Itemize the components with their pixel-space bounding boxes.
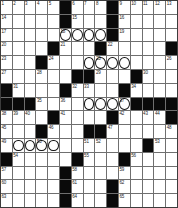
grid-cell[interactable]: 3 (25, 1, 36, 14)
grid-cell[interactable]: 1 (1, 1, 12, 14)
grid-cell[interactable] (95, 167, 106, 180)
grid-cell[interactable] (95, 153, 106, 166)
theme-circle-mark (13, 140, 24, 152)
black-cell (107, 111, 118, 124)
grid-cell[interactable]: 27 (1, 70, 12, 83)
grid-cell[interactable] (166, 180, 177, 193)
grid-cell[interactable]: 9 (119, 1, 130, 14)
black-cell (154, 98, 165, 111)
black-cell (107, 194, 118, 207)
clue-number: 20 (2, 42, 7, 47)
grid-cell[interactable] (13, 194, 24, 207)
grid-cell[interactable] (60, 70, 71, 83)
grid-cell[interactable] (107, 56, 118, 69)
grid-cell[interactable] (84, 42, 95, 55)
clue-number: 1 (2, 1, 4, 6)
grid-cell[interactable] (36, 29, 47, 42)
grid-cell[interactable]: 60 (1, 180, 12, 193)
clue-number: 7 (84, 1, 86, 6)
grid-cell[interactable] (72, 111, 83, 124)
grid-cell[interactable] (154, 15, 165, 28)
grid-cell[interactable] (119, 56, 130, 69)
theme-circle-mark (107, 98, 118, 110)
grid-cell[interactable]: 8 (95, 1, 106, 14)
grid-cell[interactable]: 14 (1, 15, 12, 28)
grid-cell[interactable]: 15 (72, 15, 83, 28)
black-cell (166, 98, 177, 111)
grid-cell[interactable]: 64 (72, 194, 83, 207)
grid-cell[interactable] (131, 29, 142, 42)
black-cell (25, 98, 36, 111)
clue-number: 11 (143, 1, 147, 6)
grid-cell[interactable]: 34 (131, 84, 142, 97)
clue-number: 49 (2, 139, 7, 144)
grid-cell[interactable]: 65 (119, 194, 130, 207)
black-cell (95, 125, 106, 138)
clue-number: 38 (2, 111, 7, 116)
clue-number: 53 (155, 139, 160, 144)
grid-cell[interactable]: 58 (72, 167, 83, 180)
grid-cell[interactable] (166, 194, 177, 207)
clue-number: 2 (13, 1, 15, 6)
grid-cell[interactable] (72, 98, 83, 111)
grid-cell[interactable]: 32 (72, 84, 83, 97)
grid-cell[interactable]: 21 (60, 42, 71, 55)
grid-cell[interactable] (131, 167, 142, 180)
grid-cell[interactable] (131, 125, 142, 138)
black-cell (72, 153, 83, 166)
black-cell (60, 167, 71, 180)
grid-cell[interactable] (143, 180, 154, 193)
grid-cell[interactable] (25, 84, 36, 97)
grid-cell[interactable]: 23 (1, 56, 12, 69)
grid-cell[interactable] (143, 29, 154, 42)
clue-number: 41 (61, 111, 66, 116)
theme-circle-mark (95, 98, 106, 110)
grid-cell[interactable] (154, 56, 165, 69)
grid-cell[interactable] (72, 56, 83, 69)
grid-cell[interactable] (143, 84, 154, 97)
grid-cell[interactable] (143, 194, 154, 207)
grid-cell[interactable] (119, 42, 130, 55)
grid-cell[interactable]: 28 (36, 70, 47, 83)
grid-cell[interactable] (107, 98, 118, 111)
grid-cell[interactable] (25, 194, 36, 207)
grid-cell[interactable] (84, 98, 95, 111)
grid-cell[interactable] (48, 180, 59, 193)
clue-number: 16 (120, 15, 125, 20)
grid-cell[interactable]: 44 (154, 111, 165, 124)
clue-number: 19 (120, 29, 125, 34)
black-cell (72, 70, 83, 83)
grid-cell[interactable] (48, 15, 59, 28)
clue-number: 60 (2, 180, 7, 185)
grid-cell[interactable] (95, 180, 106, 193)
grid-cell[interactable] (13, 29, 24, 42)
grid-cell[interactable] (72, 29, 83, 42)
clue-number: 27 (2, 70, 7, 75)
grid-cell[interactable] (95, 84, 106, 97)
grid-cell[interactable] (143, 42, 154, 55)
black-cell (60, 180, 71, 193)
black-cell (13, 98, 24, 111)
grid-cell[interactable] (107, 153, 118, 166)
theme-circle-mark (60, 29, 71, 41)
grid-cell[interactable]: 2 (13, 1, 24, 14)
grid-cell[interactable]: 22 (107, 42, 118, 55)
grid-cell[interactable]: 51 (84, 139, 95, 152)
grid-cell[interactable] (95, 98, 106, 111)
clue-number: 57 (2, 167, 7, 172)
clue-number: 35 (37, 98, 42, 103)
grid-cell[interactable]: 10 (131, 1, 142, 14)
black-cell (60, 1, 71, 14)
grid-cell[interactable] (95, 29, 106, 42)
theme-circle-mark (25, 140, 36, 152)
grid-cell[interactable] (154, 70, 165, 83)
grid-cell[interactable] (60, 153, 71, 166)
grid-cell[interactable]: 46 (48, 125, 59, 138)
grid-cell[interactable]: 54 (13, 153, 24, 166)
clue-number: 54 (13, 153, 18, 158)
clue-number: 9 (120, 1, 122, 6)
black-cell (95, 42, 106, 55)
grid-cell[interactable] (107, 167, 118, 180)
grid-cell[interactable] (25, 139, 36, 152)
black-cell (107, 180, 118, 193)
grid-cell[interactable] (143, 56, 154, 69)
grid-cell[interactable] (84, 194, 95, 207)
grid-cell[interactable] (143, 167, 154, 180)
clue-number: 31 (13, 84, 18, 89)
grid-cell[interactable] (36, 15, 47, 28)
grid-cell[interactable] (143, 153, 154, 166)
grid-cell[interactable] (13, 180, 24, 193)
clue-number: 50 (37, 139, 42, 144)
grid-cell[interactable] (60, 139, 71, 152)
grid-cell[interactable] (131, 194, 142, 207)
crossword-screenshot: 1234567891011121314151617181920212223242… (0, 0, 178, 208)
grid-cell[interactable] (48, 167, 59, 180)
grid-cell[interactable]: 49 (1, 139, 12, 152)
grid-cell[interactable] (84, 29, 95, 42)
grid-cell[interactable]: 61 (72, 180, 83, 193)
grid-cell[interactable]: 36 (60, 98, 71, 111)
grid-cell[interactable]: 45 (1, 125, 12, 138)
grid-cell[interactable]: 40 (25, 111, 36, 124)
clue-number: 39 (13, 111, 18, 116)
theme-circle-mark (72, 29, 83, 41)
black-cell (36, 125, 47, 138)
grid-cell[interactable]: 12 (154, 1, 165, 14)
theme-circle-mark (95, 29, 106, 41)
grid-cell[interactable] (13, 70, 24, 83)
grid-cell[interactable]: 59 (119, 167, 130, 180)
grid-cell[interactable] (13, 15, 24, 28)
grid-cell[interactable]: 37 (119, 98, 130, 111)
clue-number: 5 (49, 1, 51, 6)
black-cell (131, 98, 142, 111)
clue-number: 37 (120, 98, 125, 103)
grid-cell[interactable] (154, 194, 165, 207)
grid-cell[interactable] (72, 139, 83, 152)
clue-number: 40 (25, 111, 30, 116)
grid-cell[interactable] (131, 56, 142, 69)
black-cell (107, 15, 118, 28)
clue-number: 21 (61, 42, 66, 47)
grid-cell[interactable] (84, 167, 95, 180)
grid-cell[interactable] (48, 70, 59, 83)
grid-cell[interactable] (166, 153, 177, 166)
clue-number: 36 (61, 98, 66, 103)
grid-cell[interactable] (154, 84, 165, 97)
clue-number: 29 (96, 70, 101, 75)
grid-cell[interactable]: 6 (72, 1, 83, 14)
grid-cell[interactable]: 5 (48, 1, 59, 14)
grid-cell[interactable] (48, 29, 59, 42)
grid-cell[interactable] (72, 42, 83, 55)
grid-cell[interactable] (107, 84, 118, 97)
clue-number: 34 (131, 84, 136, 89)
clue-number: 44 (155, 111, 160, 116)
grid-cell[interactable]: 25 (95, 56, 106, 69)
clue-number: 46 (49, 125, 54, 130)
grid-cell[interactable] (131, 180, 142, 193)
grid-cell[interactable]: 17 (1, 29, 12, 42)
grid-cell[interactable] (25, 56, 36, 69)
grid-cell[interactable] (95, 15, 106, 28)
grid-cell[interactable] (84, 56, 95, 69)
black-cell (60, 15, 71, 28)
black-cell (119, 84, 130, 97)
grid-cell[interactable] (166, 29, 177, 42)
clue-number: 63 (2, 194, 7, 199)
grid-cell[interactable] (154, 29, 165, 42)
clue-number: 23 (2, 56, 7, 61)
grid-cell[interactable]: 19 (119, 29, 130, 42)
black-cell (119, 153, 130, 166)
grid-cell[interactable] (25, 153, 36, 166)
grid-cell[interactable] (131, 111, 142, 124)
grid-cell[interactable]: 20 (1, 42, 12, 55)
black-cell (143, 98, 154, 111)
grid-cell[interactable] (36, 180, 47, 193)
grid-cell[interactable] (36, 167, 47, 180)
grid-cell[interactable]: 7 (84, 1, 95, 14)
grid-cell[interactable] (13, 139, 24, 152)
grid-cell[interactable] (143, 15, 154, 28)
clue-number: 52 (96, 139, 101, 144)
grid-cell[interactable] (48, 84, 59, 97)
grid-cell[interactable]: 55 (84, 153, 95, 166)
clue-number: 65 (120, 194, 125, 199)
grid-cell[interactable] (154, 153, 165, 166)
grid-cell[interactable]: 42 (119, 111, 130, 124)
grid-cell[interactable]: 30 (143, 70, 154, 83)
grid-cell[interactable] (25, 167, 36, 180)
grid-cell[interactable] (119, 70, 130, 83)
clue-number: 64 (72, 194, 77, 199)
grid-cell[interactable] (131, 42, 142, 55)
black-cell (107, 1, 118, 14)
grid-cell[interactable] (25, 29, 36, 42)
grid-cell[interactable] (166, 15, 177, 28)
grid-cell[interactable] (154, 180, 165, 193)
grid-cell[interactable]: 31 (13, 84, 24, 97)
black-cell (60, 194, 71, 207)
clue-number: 8 (96, 1, 98, 6)
black-cell (84, 125, 95, 138)
clue-number: 26 (167, 56, 172, 61)
grid-cell[interactable]: 16 (119, 15, 130, 28)
grid-cell[interactable]: 26 (166, 56, 177, 69)
theme-circle-mark (84, 98, 95, 110)
grid-cell[interactable] (166, 167, 177, 180)
black-cell (166, 111, 177, 124)
grid-cell[interactable] (13, 167, 24, 180)
grid-cell[interactable] (13, 56, 24, 69)
grid-cell[interactable] (154, 167, 165, 180)
clue-number: 15 (72, 15, 77, 20)
clue-number: 4 (37, 1, 39, 6)
clue-number: 42 (120, 111, 125, 116)
grid-cell[interactable] (95, 111, 106, 124)
grid-cell[interactable] (25, 180, 36, 193)
clue-number: 12 (155, 1, 160, 6)
grid-cell[interactable] (48, 139, 59, 152)
grid-cell[interactable] (166, 139, 177, 152)
grid-cell[interactable]: 43 (143, 111, 154, 124)
black-cell (1, 98, 12, 111)
grid-cell[interactable]: 4 (36, 1, 47, 14)
grid-cell[interactable]: 57 (1, 167, 12, 180)
grid-cell[interactable]: 56 (131, 153, 142, 166)
clue-number: 3 (25, 1, 27, 6)
clue-number: 10 (131, 1, 136, 6)
clue-number: 48 (167, 125, 172, 130)
clue-number: 56 (131, 153, 136, 158)
grid-cell[interactable] (131, 139, 142, 152)
grid-cell[interactable] (48, 153, 59, 166)
clue-number: 55 (84, 153, 89, 158)
theme-circle-mark (84, 29, 95, 41)
grid-cell[interactable] (48, 98, 59, 111)
clue-number: 47 (108, 125, 113, 130)
grid-cell[interactable] (107, 70, 118, 83)
grid-cell[interactable] (48, 194, 59, 207)
grid-cell[interactable]: 62 (119, 180, 130, 193)
grid-cell[interactable] (60, 125, 71, 138)
clue-number: 43 (143, 111, 148, 116)
crossword-grid: 1234567891011121314151617181920212223242… (0, 0, 178, 208)
black-cell (1, 84, 12, 97)
clue-number: 6 (72, 1, 74, 6)
grid-cell[interactable] (25, 125, 36, 138)
grid-cell[interactable] (154, 125, 165, 138)
grid-cell[interactable]: 48 (166, 125, 177, 138)
grid-cell[interactable] (131, 15, 142, 28)
clue-number: 14 (2, 15, 7, 20)
clue-number: 13 (167, 1, 172, 6)
grid-cell[interactable] (166, 84, 177, 97)
clue-number: 30 (143, 70, 148, 75)
grid-cell[interactable] (107, 139, 118, 152)
grid-cell[interactable] (36, 84, 47, 97)
grid-cell[interactable]: 38 (1, 111, 12, 124)
grid-cell[interactable]: 24 (48, 56, 59, 69)
grid-cell[interactable]: 41 (60, 111, 71, 124)
clue-number: 18 (61, 29, 66, 34)
grid-cell[interactable]: 18 (60, 29, 71, 42)
grid-cell[interactable]: 53 (154, 139, 165, 152)
black-cell (1, 153, 12, 166)
clue-number: 58 (72, 167, 77, 172)
clue-number: 61 (72, 180, 77, 185)
black-cell (48, 42, 59, 55)
theme-circle-mark (119, 98, 130, 110)
grid-cell[interactable] (143, 125, 154, 138)
grid-cell[interactable]: 35 (36, 98, 47, 111)
grid-cell[interactable] (166, 70, 177, 83)
grid-cell[interactable]: 52 (95, 139, 106, 152)
grid-cell[interactable] (25, 42, 36, 55)
grid-cell[interactable] (119, 125, 130, 138)
grid-cell[interactable] (36, 42, 47, 55)
grid-cell[interactable]: 50 (36, 139, 47, 152)
theme-circle-mark (36, 140, 47, 152)
grid-cell[interactable] (84, 180, 95, 193)
grid-cell[interactable] (119, 139, 130, 152)
grid-cell[interactable] (84, 15, 95, 28)
grid-cell[interactable]: 11 (143, 1, 154, 14)
grid-cell[interactable]: 39 (13, 111, 24, 124)
grid-cell[interactable]: 13 (166, 1, 177, 14)
black-cell (60, 84, 71, 97)
grid-cell[interactable] (36, 111, 47, 124)
clue-number: 59 (120, 167, 125, 172)
black-cell (131, 70, 142, 83)
grid-cell[interactable] (60, 56, 71, 69)
grid-cell[interactable]: 29 (95, 70, 106, 83)
black-cell (107, 29, 118, 42)
grid-cell[interactable] (72, 125, 83, 138)
grid-cell[interactable] (25, 70, 36, 83)
grid-cell[interactable] (84, 111, 95, 124)
grid-cell[interactable] (13, 42, 24, 55)
clue-number: 62 (120, 180, 125, 185)
grid-cell[interactable] (95, 194, 106, 207)
grid-cell[interactable] (13, 125, 24, 138)
clue-number: 45 (2, 125, 7, 130)
clue-number: 17 (2, 29, 7, 34)
black-cell (36, 56, 47, 69)
clue-number: 32 (72, 84, 77, 89)
grid-cell[interactable] (25, 15, 36, 28)
theme-circle-mark (95, 57, 106, 69)
clue-number: 33 (84, 84, 89, 89)
clue-number: 22 (108, 42, 113, 47)
black-cell (143, 139, 154, 152)
grid-cell[interactable] (36, 194, 47, 207)
grid-cell[interactable]: 33 (84, 84, 95, 97)
theme-circle-mark (48, 140, 59, 152)
grid-cell[interactable] (154, 42, 165, 55)
black-cell (166, 42, 177, 55)
grid-cell[interactable]: 63 (1, 194, 12, 207)
theme-circle-mark (119, 57, 130, 69)
grid-cell[interactable]: 47 (107, 125, 118, 138)
grid-cell[interactable] (36, 153, 47, 166)
